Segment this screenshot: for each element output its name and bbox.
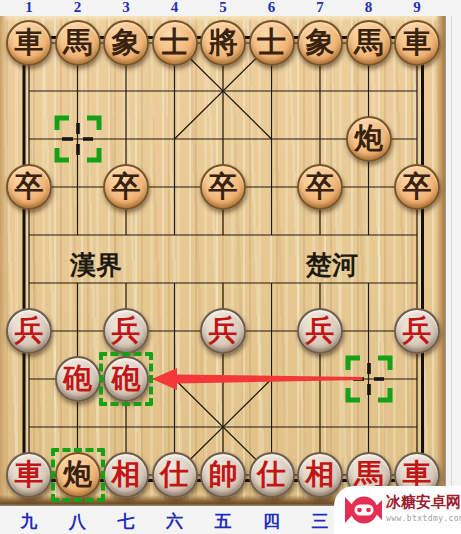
watermark-text-block: 冰糖安卓网 www.btxtdmy.com <box>386 493 458 523</box>
piece-red-cannon-c2r8[interactable]: 砲 <box>55 356 101 402</box>
watermark-title: 冰糖安卓网 <box>386 493 458 512</box>
file-label-top-5: 5 <box>211 0 235 16</box>
piece-red-advisor-c4r10[interactable]: 仕 <box>152 452 198 498</box>
window-right-edge <box>445 0 461 534</box>
file-label-top-8: 8 <box>357 0 381 16</box>
move-arrow <box>152 359 363 399</box>
file-label-bottom-1: 九 <box>16 509 42 533</box>
piece-red-soldier-c3r7[interactable]: 兵 <box>103 308 149 354</box>
piece-black-horse-c2r1[interactable]: 馬 <box>55 20 101 66</box>
file-label-bottom-7: 三 <box>307 509 333 533</box>
file-label-bottom-3: 七 <box>113 509 139 533</box>
file-label-top-3: 3 <box>114 0 138 16</box>
destination-square-marker-c3r8 <box>99 352 153 406</box>
piece-black-soldier-c9r4[interactable]: 卒 <box>394 164 440 210</box>
piece-red-elephant-c7r10[interactable]: 相 <box>297 452 343 498</box>
origin-crosshair-marker-c2r3 <box>54 115 102 163</box>
file-label-top-6: 6 <box>260 0 284 16</box>
piece-black-advisor-c6r1[interactable]: 士 <box>249 20 295 66</box>
piece-red-general-c5r10[interactable]: 帥 <box>200 452 246 498</box>
piece-red-advisor-c6r10[interactable]: 仕 <box>249 452 295 498</box>
file-label-bottom-5: 五 <box>210 509 236 533</box>
piece-black-soldier-c7r4[interactable]: 卒 <box>297 164 343 210</box>
river-text-hanjie: 漢界 <box>70 248 132 278</box>
piece-black-soldier-c5r4[interactable]: 卒 <box>200 164 246 210</box>
file-label-top-9: 9 <box>405 0 429 16</box>
file-label-top-1: 1 <box>17 0 41 16</box>
piece-black-elephant-c3r1[interactable]: 象 <box>103 20 149 66</box>
watermark-url: www.btxtdmy.com <box>386 514 458 523</box>
piece-black-elephant-c7r1[interactable]: 象 <box>297 20 343 66</box>
window-edge-line <box>451 0 452 534</box>
piece-black-general-c5r1[interactable]: 將 <box>200 20 246 66</box>
piece-black-chariot-c1r1[interactable]: 車 <box>6 20 52 66</box>
file-label-top-2: 2 <box>66 0 90 16</box>
watermark-badge: 冰糖安卓网 www.btxtdmy.com <box>334 486 461 534</box>
piece-red-chariot-c1r10[interactable]: 車 <box>6 452 52 498</box>
top-coordinate-strip: 123456789 <box>0 0 461 16</box>
piece-red-elephant-c3r10[interactable]: 相 <box>103 452 149 498</box>
piece-red-soldier-c7r7[interactable]: 兵 <box>297 308 343 354</box>
piece-black-advisor-c4r1[interactable]: 士 <box>152 20 198 66</box>
river-text-chuhe: 楚河 <box>306 248 374 278</box>
file-label-top-4: 4 <box>163 0 187 16</box>
piece-red-soldier-c5r7[interactable]: 兵 <box>200 308 246 354</box>
piece-black-cannon-c8r3[interactable]: 炮 <box>346 116 392 162</box>
watermark-candy-robot-icon <box>344 494 384 526</box>
piece-black-soldier-c1r4[interactable]: 卒 <box>6 164 52 210</box>
piece-black-soldier-c3r4[interactable]: 卒 <box>103 164 149 210</box>
piece-red-soldier-c1r7[interactable]: 兵 <box>6 308 52 354</box>
destination-square-marker-c2r10 <box>51 448 105 502</box>
piece-black-horse-c8r1[interactable]: 馬 <box>346 20 392 66</box>
file-label-top-7: 7 <box>308 0 332 16</box>
xiangqi-app-window: 123456789 漢界 楚河 車馬象士將士象馬車炮卒卒卒卒卒炮兵兵兵兵兵砲砲車… <box>0 0 461 534</box>
piece-black-chariot-c9r1[interactable]: 車 <box>394 20 440 66</box>
file-label-bottom-4: 六 <box>162 509 188 533</box>
file-label-bottom-6: 四 <box>259 509 285 533</box>
file-label-bottom-2: 八 <box>65 509 91 533</box>
piece-red-soldier-c9r7[interactable]: 兵 <box>394 308 440 354</box>
board-grid-lines <box>0 16 445 506</box>
